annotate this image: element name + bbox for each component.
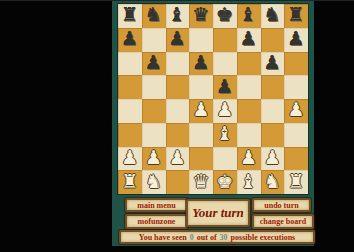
square-f4[interactable] — [237, 99, 261, 123]
square-g6[interactable]: ♟ — [261, 52, 285, 76]
square-g3[interactable] — [261, 123, 285, 147]
total-count: 30 — [220, 233, 228, 242]
square-h8[interactable]: ♜ — [284, 4, 308, 28]
game-stage: ♜♞♝♛♚♝♞♜♟♟♟♟♟♟♟♟♟♟♟♝♟♟♟♟♟♜♞♛♚♝♞♜ main me… — [0, 0, 354, 252]
executions-status-bar: You have seen 0 out of 30 possible execu… — [119, 230, 315, 244]
white-king: ♚ — [216, 172, 233, 191]
white-pawn: ♟ — [288, 100, 305, 119]
square-c6[interactable] — [166, 52, 190, 76]
square-e1[interactable]: ♚ — [213, 170, 237, 194]
status-prefix: You have seen — [139, 233, 187, 242]
square-f5[interactable] — [237, 75, 261, 99]
game-viewport: ♜♞♝♛♚♝♞♜♟♟♟♟♟♟♟♟♟♟♟♝♟♟♟♟♟♜♞♛♚♝♞♜ main me… — [112, 1, 314, 246]
white-pawn: ♟ — [240, 148, 257, 167]
square-e6[interactable] — [213, 52, 237, 76]
square-e2[interactable] — [213, 147, 237, 171]
square-a8[interactable]: ♜ — [118, 4, 142, 28]
square-c3[interactable] — [166, 123, 190, 147]
square-f7[interactable]: ♟ — [237, 28, 261, 52]
square-c2[interactable]: ♟ — [166, 147, 190, 171]
square-c5[interactable] — [166, 75, 190, 99]
square-h2[interactable] — [284, 147, 308, 171]
black-pawn: ♟ — [193, 53, 210, 72]
white-pawn: ♟ — [121, 148, 138, 167]
square-h7[interactable]: ♟ — [284, 28, 308, 52]
white-rook: ♜ — [121, 172, 138, 191]
white-pawn: ♟ — [193, 100, 210, 119]
square-f1[interactable]: ♝ — [237, 170, 261, 194]
square-a3[interactable] — [118, 123, 142, 147]
square-g2[interactable]: ♟ — [261, 147, 285, 171]
square-g7[interactable] — [261, 28, 285, 52]
square-d2[interactable] — [189, 147, 213, 171]
square-d1[interactable]: ♛ — [189, 170, 213, 194]
white-queen: ♛ — [193, 172, 210, 191]
square-a7[interactable]: ♟ — [118, 28, 142, 52]
square-c7[interactable]: ♟ — [166, 28, 190, 52]
black-pawn: ♟ — [216, 77, 233, 96]
square-c4[interactable] — [166, 99, 190, 123]
square-d8[interactable]: ♛ — [189, 4, 213, 28]
square-a1[interactable]: ♜ — [118, 170, 142, 194]
square-f6[interactable] — [237, 52, 261, 76]
black-pawn: ♟ — [240, 29, 257, 48]
main-menu-button[interactable]: main menu — [125, 198, 188, 212]
turn-indicator-label: Your turn — [192, 205, 244, 221]
turn-indicator: Your turn — [186, 199, 250, 227]
white-bishop: ♝ — [240, 172, 257, 191]
black-rook: ♜ — [121, 5, 138, 24]
black-bishop: ♝ — [169, 5, 186, 24]
status-middle: out of — [197, 233, 217, 242]
square-c1[interactable] — [166, 170, 190, 194]
black-knight: ♞ — [264, 5, 281, 24]
square-h4[interactable]: ♟ — [284, 99, 308, 123]
black-bishop: ♝ — [240, 5, 257, 24]
square-h3[interactable] — [284, 123, 308, 147]
white-pawn: ♟ — [169, 148, 186, 167]
square-g1[interactable]: ♞ — [261, 170, 285, 194]
white-knight: ♞ — [145, 172, 162, 191]
undo-turn-label: undo turn — [264, 201, 298, 210]
black-knight: ♞ — [145, 5, 162, 24]
square-e4[interactable]: ♟ — [213, 99, 237, 123]
square-g8[interactable]: ♞ — [261, 4, 285, 28]
white-rook: ♜ — [288, 172, 305, 191]
black-queen: ♛ — [193, 5, 210, 24]
square-b1[interactable]: ♞ — [142, 170, 166, 194]
square-a4[interactable] — [118, 99, 142, 123]
black-rook: ♜ — [288, 5, 305, 24]
square-b8[interactable]: ♞ — [142, 4, 166, 28]
square-e5[interactable]: ♟ — [213, 75, 237, 99]
seen-count: 0 — [190, 233, 194, 242]
square-f3[interactable] — [237, 123, 261, 147]
change-board-label: change board — [260, 217, 306, 226]
undo-turn-button[interactable]: undo turn — [252, 198, 311, 212]
white-knight: ♞ — [264, 172, 281, 191]
square-c8[interactable]: ♝ — [166, 4, 190, 28]
square-e7[interactable] — [213, 28, 237, 52]
white-pawn: ♟ — [264, 148, 281, 167]
white-bishop: ♝ — [216, 124, 233, 143]
square-h1[interactable]: ♜ — [284, 170, 308, 194]
square-h6[interactable] — [284, 52, 308, 76]
main-menu-label: main menu — [137, 201, 175, 210]
square-b2[interactable]: ♟ — [142, 147, 166, 171]
square-a5[interactable] — [118, 75, 142, 99]
white-pawn: ♟ — [216, 100, 233, 119]
square-d6[interactable]: ♟ — [189, 52, 213, 76]
square-d7[interactable] — [189, 28, 213, 52]
square-e3[interactable]: ♝ — [213, 123, 237, 147]
square-b4[interactable] — [142, 99, 166, 123]
square-e8[interactable]: ♚ — [213, 4, 237, 28]
mofunzone-label: mofunzone — [138, 217, 176, 226]
change-board-button[interactable]: change board — [252, 214, 314, 229]
square-g5[interactable] — [261, 75, 285, 99]
square-b3[interactable] — [142, 123, 166, 147]
black-pawn: ♟ — [264, 53, 281, 72]
square-f8[interactable]: ♝ — [237, 4, 261, 28]
square-f2[interactable]: ♟ — [237, 147, 261, 171]
black-pawn: ♟ — [288, 29, 305, 48]
square-b6[interactable]: ♟ — [142, 52, 166, 76]
square-d5[interactable] — [189, 75, 213, 99]
status-suffix: possible executions — [231, 233, 296, 242]
square-h5[interactable] — [284, 75, 308, 99]
square-b5[interactable] — [142, 75, 166, 99]
square-b7[interactable] — [142, 28, 166, 52]
white-pawn: ♟ — [145, 148, 162, 167]
black-pawn: ♟ — [121, 29, 138, 48]
square-a2[interactable]: ♟ — [118, 147, 142, 171]
square-a6[interactable] — [118, 52, 142, 76]
black-pawn: ♟ — [169, 29, 186, 48]
square-d3[interactable] — [189, 123, 213, 147]
square-d4[interactable]: ♟ — [189, 99, 213, 123]
chess-board: ♜♞♝♛♚♝♞♜♟♟♟♟♟♟♟♟♟♟♟♝♟♟♟♟♟♜♞♛♚♝♞♜ — [118, 4, 308, 194]
black-pawn: ♟ — [145, 53, 162, 72]
black-king: ♚ — [216, 5, 233, 24]
mofunzone-button[interactable]: mofunzone — [125, 214, 188, 229]
square-g4[interactable] — [261, 99, 285, 123]
